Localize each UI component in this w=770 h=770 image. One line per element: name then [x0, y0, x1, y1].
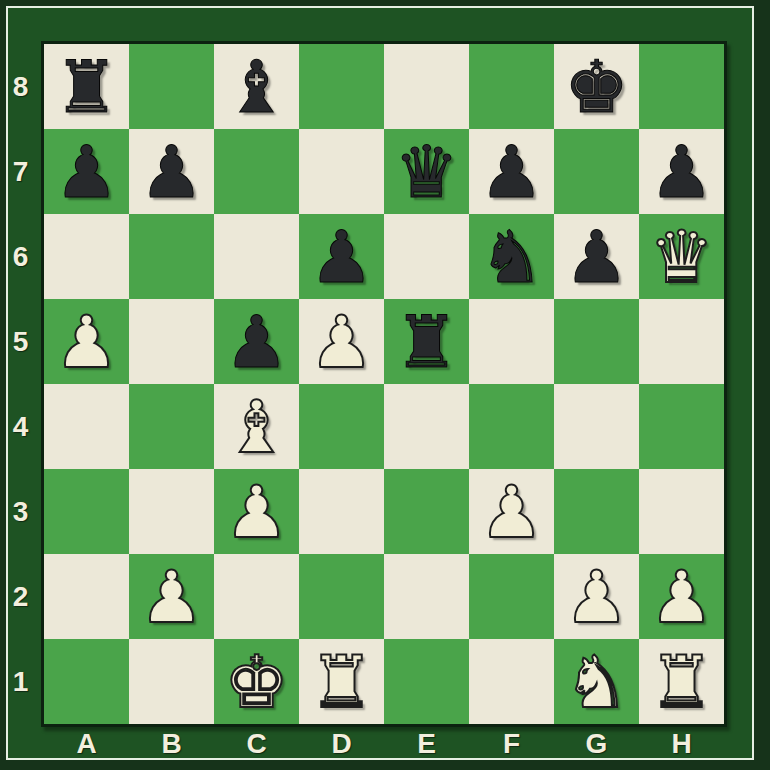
black-pawn[interactable]: ♟: [139, 136, 204, 208]
square-h6[interactable]: ♛: [639, 214, 724, 299]
square-a7[interactable]: ♟: [44, 129, 129, 214]
file-label-d: D: [299, 727, 384, 760]
square-e5[interactable]: ♜: [384, 299, 469, 384]
rank-label-8: 8: [0, 44, 41, 129]
black-pawn[interactable]: ♟: [564, 221, 629, 293]
chess-app: 87654321 ABCDEFGH ♜♝♚♟♟♛♟♟♟♞♟♛♟♟♟♜♝♟♟♟♟♟…: [0, 0, 770, 770]
white-pawn[interactable]: ♟: [479, 476, 544, 548]
square-a6[interactable]: [44, 214, 129, 299]
square-g7[interactable]: [554, 129, 639, 214]
square-c5[interactable]: ♟: [214, 299, 299, 384]
square-f1[interactable]: [469, 639, 554, 724]
square-c7[interactable]: [214, 129, 299, 214]
square-f2[interactable]: [469, 554, 554, 639]
square-h1[interactable]: ♜: [639, 639, 724, 724]
white-pawn[interactable]: ♟: [224, 476, 289, 548]
square-b4[interactable]: [129, 384, 214, 469]
square-b3[interactable]: [129, 469, 214, 554]
square-g8[interactable]: ♚: [554, 44, 639, 129]
square-h8[interactable]: [639, 44, 724, 129]
white-rook[interactable]: ♜: [309, 646, 374, 718]
square-f4[interactable]: [469, 384, 554, 469]
file-label-g: G: [554, 727, 639, 760]
square-g6[interactable]: ♟: [554, 214, 639, 299]
black-bishop[interactable]: ♝: [224, 51, 289, 123]
square-a4[interactable]: [44, 384, 129, 469]
white-rook[interactable]: ♜: [649, 646, 714, 718]
square-b5[interactable]: [129, 299, 214, 384]
square-f6[interactable]: ♞: [469, 214, 554, 299]
white-pawn[interactable]: ♟: [649, 561, 714, 633]
rank-label-6: 6: [0, 214, 41, 299]
square-a8[interactable]: ♜: [44, 44, 129, 129]
white-queen[interactable]: ♛: [649, 221, 714, 293]
black-rook[interactable]: ♜: [54, 51, 119, 123]
square-e1[interactable]: [384, 639, 469, 724]
white-bishop[interactable]: ♝: [224, 391, 289, 463]
square-d1[interactable]: ♜: [299, 639, 384, 724]
black-pawn[interactable]: ♟: [479, 136, 544, 208]
white-pawn[interactable]: ♟: [309, 306, 374, 378]
square-g1[interactable]: ♞: [554, 639, 639, 724]
square-e7[interactable]: ♛: [384, 129, 469, 214]
square-f3[interactable]: ♟: [469, 469, 554, 554]
rank-labels: 87654321: [0, 44, 41, 724]
square-c6[interactable]: [214, 214, 299, 299]
square-f8[interactable]: [469, 44, 554, 129]
rank-label-4: 4: [0, 384, 41, 469]
white-knight[interactable]: ♞: [564, 646, 629, 718]
square-g4[interactable]: [554, 384, 639, 469]
square-a2[interactable]: [44, 554, 129, 639]
square-d7[interactable]: [299, 129, 384, 214]
file-label-c: C: [214, 727, 299, 760]
square-a1[interactable]: [44, 639, 129, 724]
square-g5[interactable]: [554, 299, 639, 384]
square-c3[interactable]: ♟: [214, 469, 299, 554]
square-f7[interactable]: ♟: [469, 129, 554, 214]
file-label-h: H: [639, 727, 724, 760]
square-b6[interactable]: [129, 214, 214, 299]
square-e4[interactable]: [384, 384, 469, 469]
square-c8[interactable]: ♝: [214, 44, 299, 129]
square-d3[interactable]: [299, 469, 384, 554]
square-b8[interactable]: [129, 44, 214, 129]
square-d8[interactable]: [299, 44, 384, 129]
square-h5[interactable]: [639, 299, 724, 384]
square-d5[interactable]: ♟: [299, 299, 384, 384]
white-pawn[interactable]: ♟: [564, 561, 629, 633]
rank-label-1: 1: [0, 639, 41, 724]
square-g3[interactable]: [554, 469, 639, 554]
black-king[interactable]: ♚: [564, 51, 629, 123]
chess-board: ♜♝♚♟♟♛♟♟♟♞♟♛♟♟♟♜♝♟♟♟♟♟♚♜♞♜: [41, 41, 727, 727]
square-c1[interactable]: ♚: [214, 639, 299, 724]
square-c4[interactable]: ♝: [214, 384, 299, 469]
white-king[interactable]: ♚: [224, 646, 289, 718]
black-pawn[interactable]: ♟: [649, 136, 714, 208]
square-h7[interactable]: ♟: [639, 129, 724, 214]
square-b1[interactable]: [129, 639, 214, 724]
black-rook[interactable]: ♜: [394, 306, 459, 378]
square-g2[interactable]: ♟: [554, 554, 639, 639]
rank-label-7: 7: [0, 129, 41, 214]
square-b7[interactable]: ♟: [129, 129, 214, 214]
black-pawn[interactable]: ♟: [224, 306, 289, 378]
black-knight[interactable]: ♞: [479, 221, 544, 293]
square-h4[interactable]: [639, 384, 724, 469]
square-f5[interactable]: [469, 299, 554, 384]
square-h3[interactable]: [639, 469, 724, 554]
square-d4[interactable]: [299, 384, 384, 469]
rank-label-3: 3: [0, 469, 41, 554]
file-label-a: A: [44, 727, 129, 760]
square-d6[interactable]: ♟: [299, 214, 384, 299]
square-e6[interactable]: [384, 214, 469, 299]
rank-label-2: 2: [0, 554, 41, 639]
white-pawn[interactable]: ♟: [54, 306, 119, 378]
file-labels: ABCDEFGH: [44, 727, 724, 760]
file-label-b: B: [129, 727, 214, 760]
white-pawn[interactable]: ♟: [139, 561, 204, 633]
rank-label-5: 5: [0, 299, 41, 384]
square-e2[interactable]: [384, 554, 469, 639]
black-pawn[interactable]: ♟: [309, 221, 374, 293]
square-e8[interactable]: [384, 44, 469, 129]
black-queen[interactable]: ♛: [394, 136, 459, 208]
file-label-e: E: [384, 727, 469, 760]
square-c2[interactable]: [214, 554, 299, 639]
square-b2[interactable]: ♟: [129, 554, 214, 639]
file-label-f: F: [469, 727, 554, 760]
black-pawn[interactable]: ♟: [54, 136, 119, 208]
square-d2[interactable]: [299, 554, 384, 639]
square-e3[interactable]: [384, 469, 469, 554]
square-a5[interactable]: ♟: [44, 299, 129, 384]
square-h2[interactable]: ♟: [639, 554, 724, 639]
square-a3[interactable]: [44, 469, 129, 554]
